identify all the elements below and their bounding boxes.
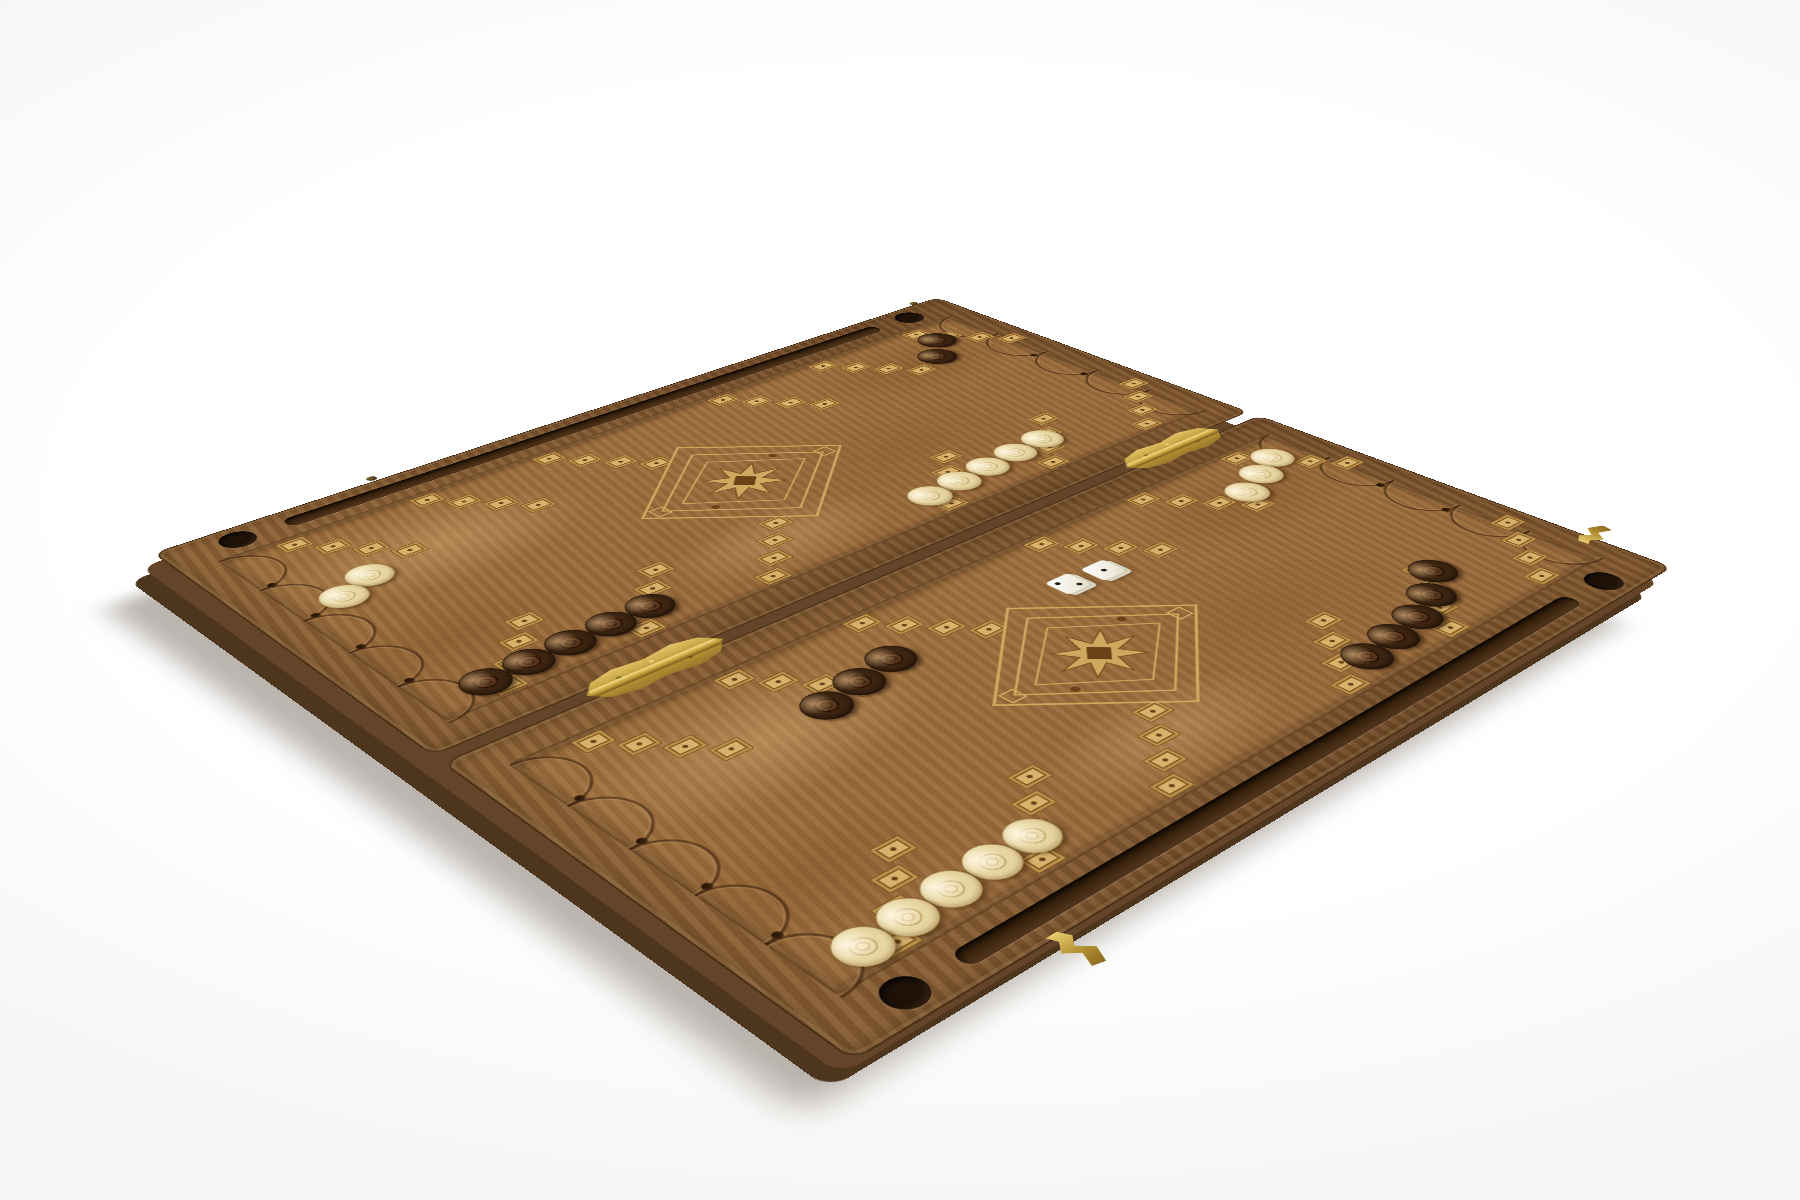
die-pip [1053,582,1061,586]
die-pip [1100,568,1108,572]
die-pip [1076,582,1084,586]
backgammon-board [153,298,1672,1062]
stage [0,0,1800,1200]
corner-recess [889,310,930,325]
corner-recess [868,970,942,1017]
corner-recess [1577,569,1632,594]
